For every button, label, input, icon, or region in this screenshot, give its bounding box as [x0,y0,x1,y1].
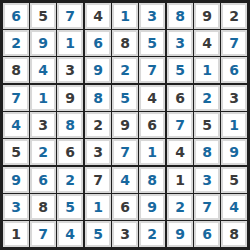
cell-r9c2[interactable]: 7 [30,221,56,247]
cell-r6c5[interactable]: 7 [112,139,138,165]
cell-r7c1[interactable]: 9 [3,167,29,193]
cell-r1c5[interactable]: 1 [112,3,138,29]
cell-r9c1[interactable]: 1 [3,221,29,247]
cell-r4c1[interactable]: 7 [3,85,29,111]
cell-r3c8[interactable]: 1 [194,57,220,83]
sudoku-box-7: 962385174 [3,167,83,247]
cell-r6c4[interactable]: 3 [85,139,111,165]
cell-r5c7[interactable]: 7 [167,112,193,138]
cell-r4c5[interactable]: 5 [112,85,138,111]
cell-r8c8[interactable]: 7 [194,194,220,220]
cell-r1c6[interactable]: 3 [139,3,165,29]
cell-r2c8[interactable]: 4 [194,30,220,56]
cell-r8c9[interactable]: 4 [221,194,247,220]
cell-r5c3[interactable]: 8 [57,112,83,138]
cell-r6c9[interactable]: 9 [221,139,247,165]
cell-r7c5[interactable]: 4 [112,167,138,193]
cell-r4c6[interactable]: 4 [139,85,165,111]
cell-r2c3[interactable]: 1 [57,30,83,56]
cell-r5c9[interactable]: 1 [221,112,247,138]
cell-r9c4[interactable]: 5 [85,221,111,247]
cell-r6c3[interactable]: 6 [57,139,83,165]
cell-r1c8[interactable]: 9 [194,3,220,29]
cell-r3c4[interactable]: 9 [85,57,111,83]
sudoku-box-6: 623751489 [167,85,247,165]
cell-r8c4[interactable]: 1 [85,194,111,220]
cell-r2c5[interactable]: 8 [112,30,138,56]
cell-r3c5[interactable]: 2 [112,57,138,83]
cell-r9c7[interactable]: 9 [167,221,193,247]
cell-r6c1[interactable]: 5 [3,139,29,165]
cell-r2c2[interactable]: 9 [30,30,56,56]
cell-r8c5[interactable]: 6 [112,194,138,220]
cell-r7c4[interactable]: 7 [85,167,111,193]
cell-r9c3[interactable]: 4 [57,221,83,247]
sudoku-widget: 6572918434136859278923475167194385268542… [0,0,250,250]
cell-r4c9[interactable]: 3 [221,85,247,111]
cell-r3c6[interactable]: 7 [139,57,165,83]
cell-r4c8[interactable]: 2 [194,85,220,111]
cell-r4c3[interactable]: 9 [57,85,83,111]
cell-r4c4[interactable]: 8 [85,85,111,111]
cell-r5c8[interactable]: 5 [194,112,220,138]
cell-r5c4[interactable]: 2 [85,112,111,138]
cell-r4c7[interactable]: 6 [167,85,193,111]
cell-r7c2[interactable]: 6 [30,167,56,193]
cell-r8c1[interactable]: 3 [3,194,29,220]
cell-r8c3[interactable]: 5 [57,194,83,220]
cell-r5c5[interactable]: 9 [112,112,138,138]
cell-r4c2[interactable]: 1 [30,85,56,111]
cell-r9c5[interactable]: 3 [112,221,138,247]
cell-r5c2[interactable]: 3 [30,112,56,138]
cell-r3c2[interactable]: 4 [30,57,56,83]
cell-r7c7[interactable]: 1 [167,167,193,193]
sudoku-box-8: 748169532 [85,167,165,247]
cell-r3c1[interactable]: 8 [3,57,29,83]
cell-r3c9[interactable]: 6 [221,57,247,83]
sudoku-box-5: 854296371 [85,85,165,165]
cell-r6c8[interactable]: 8 [194,139,220,165]
cell-r8c7[interactable]: 2 [167,194,193,220]
cell-r6c2[interactable]: 2 [30,139,56,165]
cell-r3c3[interactable]: 3 [57,57,83,83]
cell-r1c3[interactable]: 7 [57,3,83,29]
cell-r2c9[interactable]: 7 [221,30,247,56]
sudoku-box-9: 135274968 [167,167,247,247]
sudoku-box-3: 892347516 [167,3,247,83]
cell-r8c6[interactable]: 9 [139,194,165,220]
cell-r1c9[interactable]: 2 [221,3,247,29]
cell-r2c4[interactable]: 6 [85,30,111,56]
cell-r9c8[interactable]: 6 [194,221,220,247]
cell-r5c1[interactable]: 4 [3,112,29,138]
cell-r1c7[interactable]: 8 [167,3,193,29]
cell-r6c7[interactable]: 4 [167,139,193,165]
cell-r9c9[interactable]: 8 [221,221,247,247]
cell-r1c4[interactable]: 4 [85,3,111,29]
cell-r2c1[interactable]: 2 [3,30,29,56]
sudoku-board: 6572918434136859278923475167194385268542… [0,0,250,250]
cell-r7c9[interactable]: 5 [221,167,247,193]
cell-r5c6[interactable]: 6 [139,112,165,138]
cell-r2c6[interactable]: 5 [139,30,165,56]
cell-r3c7[interactable]: 5 [167,57,193,83]
cell-r7c3[interactable]: 2 [57,167,83,193]
cell-r7c6[interactable]: 8 [139,167,165,193]
cell-r6c6[interactable]: 1 [139,139,165,165]
cell-r8c2[interactable]: 8 [30,194,56,220]
sudoku-box-4: 719438526 [3,85,83,165]
cell-r1c2[interactable]: 5 [30,3,56,29]
sudoku-box-1: 657291843 [3,3,83,83]
cell-r9c6[interactable]: 2 [139,221,165,247]
cell-r7c8[interactable]: 3 [194,167,220,193]
cell-r1c1[interactable]: 6 [3,3,29,29]
sudoku-box-2: 413685927 [85,3,165,83]
cell-r2c7[interactable]: 3 [167,30,193,56]
